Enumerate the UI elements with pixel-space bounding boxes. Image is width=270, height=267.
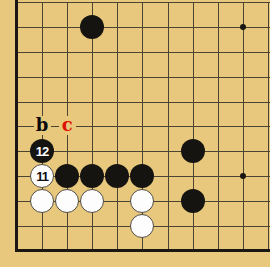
black-stone-e4 [105, 164, 129, 188]
white-stone-f2 [130, 214, 154, 238]
star-point-k4 [240, 173, 246, 179]
white-stone-d3 [80, 189, 104, 213]
move-11-stone: 11 [30, 164, 54, 188]
white-stone-f3 [130, 189, 154, 213]
move-12-stone: 12 [30, 139, 54, 163]
label-c: c [59, 116, 76, 135]
black-stone-c4 [55, 164, 79, 188]
star-point-k10 [240, 24, 246, 30]
black-stone-h5 [181, 139, 205, 163]
go-board: 1211bc [4, 0, 270, 263]
white-stone-c3 [55, 189, 79, 213]
label-b: b [34, 116, 51, 135]
black-stone-h3 [181, 189, 205, 213]
white-stone-b3 [30, 189, 54, 213]
black-stone-f4 [130, 164, 154, 188]
black-stone-d4 [80, 164, 104, 188]
go-board-diagram: 1211bc [0, 0, 270, 267]
black-stone-d10 [80, 15, 104, 39]
